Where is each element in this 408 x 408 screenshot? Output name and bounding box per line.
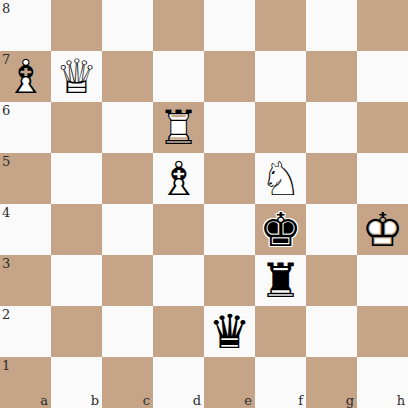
file-label-a: a — [40, 394, 48, 407]
square-b4[interactable] — [51, 204, 102, 255]
square-f8[interactable] — [255, 0, 306, 51]
white-bishop[interactable]: ♝♗ — [0, 51, 51, 102]
square-a3[interactable]: 3 — [0, 255, 51, 306]
square-c6[interactable] — [102, 102, 153, 153]
square-h2[interactable] — [357, 306, 408, 357]
square-a4[interactable]: 4 — [0, 204, 51, 255]
square-g2[interactable] — [306, 306, 357, 357]
file-label-h: h — [397, 394, 405, 407]
square-h3[interactable] — [357, 255, 408, 306]
square-d4[interactable] — [153, 204, 204, 255]
square-a8[interactable]: 8 — [0, 0, 51, 51]
square-e3[interactable] — [204, 255, 255, 306]
square-h6[interactable] — [357, 102, 408, 153]
white-queen-outline-icon: ♕ — [51, 51, 102, 102]
square-a6[interactable]: 6 — [0, 102, 51, 153]
square-d1[interactable]: d — [153, 357, 204, 408]
square-a7[interactable]: 7♝♗ — [0, 51, 51, 102]
white-knight[interactable]: ♞♘ — [255, 153, 306, 204]
square-b1[interactable]: b — [51, 357, 102, 408]
square-e1[interactable]: e — [204, 357, 255, 408]
square-c7[interactable] — [102, 51, 153, 102]
square-d2[interactable] — [153, 306, 204, 357]
square-g3[interactable] — [306, 255, 357, 306]
rank-label-1: 1 — [2, 359, 10, 372]
file-label-c: c — [143, 394, 150, 407]
square-e6[interactable] — [204, 102, 255, 153]
white-bishop-outline-icon: ♗ — [0, 51, 51, 102]
white-king[interactable]: ♚♔ — [357, 204, 408, 255]
square-g1[interactable]: g — [306, 357, 357, 408]
square-d5[interactable]: ♝♗ — [153, 153, 204, 204]
square-e8[interactable] — [204, 0, 255, 51]
square-f2[interactable] — [255, 306, 306, 357]
square-e7[interactable] — [204, 51, 255, 102]
square-c8[interactable] — [102, 0, 153, 51]
square-h4[interactable]: ♚♔ — [357, 204, 408, 255]
square-d3[interactable] — [153, 255, 204, 306]
square-g6[interactable] — [306, 102, 357, 153]
square-f4[interactable]: ♚ — [255, 204, 306, 255]
square-h7[interactable] — [357, 51, 408, 102]
square-e4[interactable] — [204, 204, 255, 255]
square-c1[interactable]: c — [102, 357, 153, 408]
white-knight-outline-icon: ♘ — [255, 153, 306, 204]
square-c4[interactable] — [102, 204, 153, 255]
square-f1[interactable]: f — [255, 357, 306, 408]
black-queen-icon: ♛ — [204, 306, 255, 357]
square-a2[interactable]: 2 — [0, 306, 51, 357]
white-rook[interactable]: ♜♖ — [153, 102, 204, 153]
square-f7[interactable] — [255, 51, 306, 102]
square-b3[interactable] — [51, 255, 102, 306]
square-b8[interactable] — [51, 0, 102, 51]
square-h8[interactable] — [357, 0, 408, 51]
white-king-outline-icon: ♔ — [357, 204, 408, 255]
black-rook[interactable]: ♜ — [255, 255, 306, 306]
file-label-d: d — [193, 394, 201, 407]
black-king[interactable]: ♚ — [255, 204, 306, 255]
file-label-e: e — [244, 394, 252, 407]
square-g5[interactable] — [306, 153, 357, 204]
square-c2[interactable] — [102, 306, 153, 357]
white-bishop[interactable]: ♝♗ — [153, 153, 204, 204]
square-g4[interactable] — [306, 204, 357, 255]
square-h1[interactable]: h — [357, 357, 408, 408]
file-label-f: f — [298, 394, 303, 407]
rank-label-2: 2 — [2, 308, 10, 321]
square-g8[interactable] — [306, 0, 357, 51]
square-b6[interactable] — [51, 102, 102, 153]
black-rook-icon: ♜ — [255, 255, 306, 306]
square-c3[interactable] — [102, 255, 153, 306]
square-b2[interactable] — [51, 306, 102, 357]
square-d6[interactable]: ♜♖ — [153, 102, 204, 153]
rank-label-5: 5 — [2, 155, 10, 168]
black-queen[interactable]: ♛ — [204, 306, 255, 357]
square-d8[interactable] — [153, 0, 204, 51]
rank-label-3: 3 — [2, 257, 10, 270]
square-d7[interactable] — [153, 51, 204, 102]
square-g7[interactable] — [306, 51, 357, 102]
square-e2[interactable]: ♛ — [204, 306, 255, 357]
square-b5[interactable] — [51, 153, 102, 204]
rank-label-4: 4 — [2, 206, 10, 219]
white-queen[interactable]: ♛♕ — [51, 51, 102, 102]
square-f6[interactable] — [255, 102, 306, 153]
square-e5[interactable] — [204, 153, 255, 204]
square-a1[interactable]: 1a — [0, 357, 51, 408]
file-label-b: b — [91, 394, 99, 407]
file-label-g: g — [346, 394, 354, 407]
chess-board: 87♝♗♛♕6♜♖5♝♗♞♘4♚♚♔3♜2♛1abcdefgh — [0, 0, 408, 408]
white-rook-outline-icon: ♖ — [153, 102, 204, 153]
white-bishop-outline-icon: ♗ — [153, 153, 204, 204]
rank-label-6: 6 — [2, 104, 10, 117]
square-c5[interactable] — [102, 153, 153, 204]
square-f5[interactable]: ♞♘ — [255, 153, 306, 204]
black-king-icon: ♚ — [255, 204, 306, 255]
square-a5[interactable]: 5 — [0, 153, 51, 204]
rank-label-8: 8 — [2, 2, 10, 15]
square-b7[interactable]: ♛♕ — [51, 51, 102, 102]
square-h5[interactable] — [357, 153, 408, 204]
square-f3[interactable]: ♜ — [255, 255, 306, 306]
